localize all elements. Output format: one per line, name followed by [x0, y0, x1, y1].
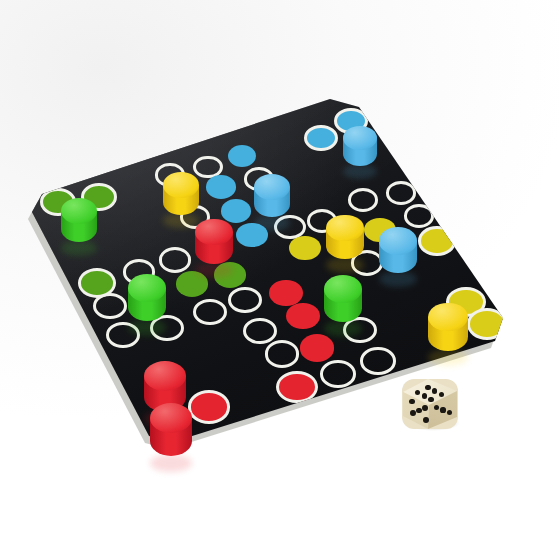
die-pip	[440, 407, 445, 412]
die-pip	[422, 393, 427, 398]
wooden-die[interactable]	[402, 379, 458, 429]
red-piece[interactable]	[150, 403, 193, 456]
scene	[0, 0, 560, 560]
pieces-layer	[0, 0, 560, 560]
die-pip	[428, 397, 433, 402]
die-pip	[409, 399, 415, 405]
die-pip	[423, 417, 429, 423]
green-piece[interactable]	[324, 275, 363, 322]
die-pip	[432, 388, 437, 393]
die-pip	[425, 385, 430, 390]
blue-piece[interactable]	[254, 174, 290, 217]
green-piece[interactable]	[128, 274, 167, 321]
blue-piece[interactable]	[343, 126, 377, 167]
green-piece[interactable]	[61, 198, 98, 242]
yellow-piece[interactable]	[326, 215, 363, 260]
blue-piece[interactable]	[379, 227, 417, 272]
yellow-piece[interactable]	[163, 172, 199, 215]
red-piece[interactable]	[195, 219, 232, 264]
yellow-piece[interactable]	[428, 303, 468, 352]
die-pip	[410, 410, 416, 416]
